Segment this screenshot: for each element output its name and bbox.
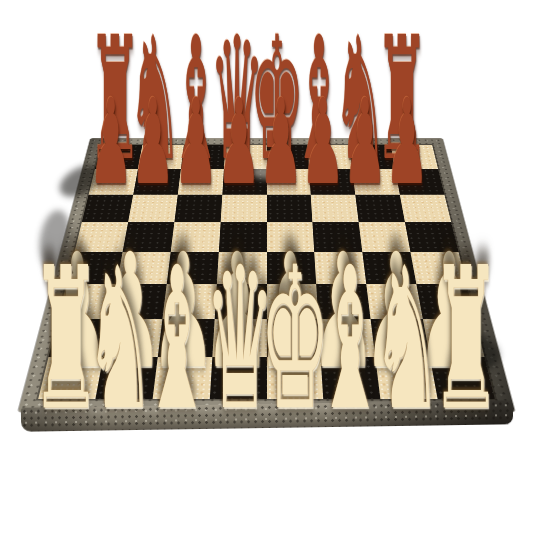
piece-black-pawn-d7[interactable]: ♟	[217, 83, 261, 201]
piece-black-pawn-g7[interactable]: ♟	[343, 83, 387, 201]
piece-black-pawn-c7[interactable]: ♟	[174, 83, 218, 201]
piece-black-pawn-a7[interactable]: ♟	[89, 83, 133, 201]
piece-white-bishop-c1[interactable]: ♝	[142, 241, 212, 437]
piece-black-pawn-b7[interactable]: ♟	[131, 83, 175, 201]
piece-black-pawn-h7[interactable]: ♟	[385, 83, 429, 201]
piece-white-rook-h1[interactable]: ♜	[431, 241, 501, 437]
piece-black-pawn-f7[interactable]: ♟	[301, 83, 345, 201]
piece-black-pawn-e7[interactable]: ♟	[259, 83, 303, 201]
chess-photo-scene: ♜♞♝♛♚♝♞♜♟♟♟♟♟♟♟♟♟♟♟♟♟♟♟♟♜♞♝♛♚♝♞♜	[0, 0, 533, 533]
